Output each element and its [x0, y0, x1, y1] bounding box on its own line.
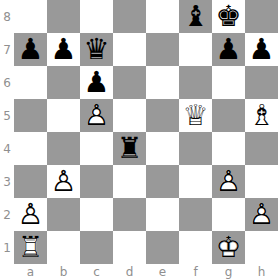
square-c1[interactable]: [80, 231, 113, 264]
black-piece-glyph: ♝: [179, 0, 212, 33]
white-pawn-b3[interactable]: ♟♙: [47, 165, 80, 198]
square-a1[interactable]: ♜♖: [14, 231, 47, 264]
square-e7[interactable]: [146, 33, 179, 66]
black-piece-glyph: ♟: [245, 33, 278, 66]
white-king-g1[interactable]: ♚♔: [212, 231, 245, 264]
square-e1[interactable]: [146, 231, 179, 264]
file-label-g: g: [212, 263, 245, 280]
file-label-b: b: [47, 263, 80, 280]
square-c8[interactable]: [80, 0, 113, 33]
square-b5[interactable]: [47, 99, 80, 132]
rank-label-3: 3: [0, 165, 14, 198]
black-pawn-a7[interactable]: ♟: [14, 33, 47, 66]
square-h8[interactable]: [245, 0, 278, 33]
white-pawn-h2[interactable]: ♟♙: [245, 198, 278, 231]
white-rook-a1[interactable]: ♜♖: [14, 231, 47, 264]
square-d6[interactable]: [113, 66, 146, 99]
file-labels: abcdefgh: [14, 263, 278, 280]
square-h4[interactable]: [245, 132, 278, 165]
square-a2[interactable]: ♟♙: [14, 198, 47, 231]
square-c7[interactable]: ♛: [80, 33, 113, 66]
file-label-a: a: [14, 263, 47, 280]
black-piece-glyph: ♛: [80, 33, 113, 66]
square-a5[interactable]: [14, 99, 47, 132]
square-d8[interactable]: [113, 0, 146, 33]
black-piece-glyph: ♟: [212, 33, 245, 66]
square-c4[interactable]: [80, 132, 113, 165]
square-g7[interactable]: ♟: [212, 33, 245, 66]
black-rook-d4[interactable]: ♜: [113, 132, 146, 165]
white-piece-outline: ♗: [245, 99, 278, 132]
file-label-e: e: [146, 263, 179, 280]
square-a3[interactable]: [14, 165, 47, 198]
black-pawn-b7[interactable]: ♟: [47, 33, 80, 66]
square-c3[interactable]: [80, 165, 113, 198]
black-piece-glyph: ♚: [212, 0, 245, 33]
white-pawn-a2[interactable]: ♟♙: [14, 198, 47, 231]
square-g8[interactable]: ♚: [212, 0, 245, 33]
black-bishop-f8[interactable]: ♝: [179, 0, 212, 33]
black-pawn-h7[interactable]: ♟: [245, 33, 278, 66]
square-g2[interactable]: [212, 198, 245, 231]
square-f5[interactable]: ♛♕: [179, 99, 212, 132]
rank-label-7: 7: [0, 33, 14, 66]
square-e6[interactable]: [146, 66, 179, 99]
square-d2[interactable]: [113, 198, 146, 231]
file-label-d: d: [113, 263, 146, 280]
black-piece-glyph: ♟: [14, 33, 47, 66]
square-f4[interactable]: [179, 132, 212, 165]
square-e5[interactable]: [146, 99, 179, 132]
square-g1[interactable]: ♚♔: [212, 231, 245, 264]
white-piece-outline: ♕: [179, 99, 212, 132]
square-e8[interactable]: [146, 0, 179, 33]
square-a7[interactable]: ♟: [14, 33, 47, 66]
black-pawn-c6[interactable]: ♟: [80, 66, 113, 99]
square-e2[interactable]: [146, 198, 179, 231]
square-b1[interactable]: [47, 231, 80, 264]
square-b6[interactable]: [47, 66, 80, 99]
white-piece-outline: ♙: [80, 99, 113, 132]
square-b3[interactable]: ♟♙: [47, 165, 80, 198]
square-a8[interactable]: [14, 0, 47, 33]
white-queen-f5[interactable]: ♛♕: [179, 99, 212, 132]
white-piece-outline: ♖: [14, 231, 47, 264]
square-e3[interactable]: [146, 165, 179, 198]
square-g3[interactable]: ♟♙: [212, 165, 245, 198]
square-d4[interactable]: ♜: [113, 132, 146, 165]
square-g6[interactable]: [212, 66, 245, 99]
square-f1[interactable]: [179, 231, 212, 264]
rank-labels: 87654321: [0, 0, 14, 264]
square-a6[interactable]: [14, 66, 47, 99]
square-b7[interactable]: ♟: [47, 33, 80, 66]
square-f2[interactable]: [179, 198, 212, 231]
square-c5[interactable]: ♟♙: [80, 99, 113, 132]
white-piece-outline: ♙: [212, 165, 245, 198]
black-queen-c7[interactable]: ♛: [80, 33, 113, 66]
square-h1[interactable]: [245, 231, 278, 264]
white-bishop-h5[interactable]: ♝♗: [245, 99, 278, 132]
square-d1[interactable]: [113, 231, 146, 264]
rank-label-8: 8: [0, 0, 14, 33]
black-piece-glyph: ♜: [113, 132, 146, 165]
square-e4[interactable]: [146, 132, 179, 165]
rank-label-2: 2: [0, 198, 14, 231]
white-piece-outline: ♔: [212, 231, 245, 264]
square-b2[interactable]: [47, 198, 80, 231]
chess-board: ♝♚♟♟♛♟♟♟♟♙♛♕♝♗♜♟♙♟♙♟♙♟♙♜♖♚♔: [14, 0, 278, 264]
white-pawn-g3[interactable]: ♟♙: [212, 165, 245, 198]
white-piece-outline: ♙: [245, 198, 278, 231]
square-h2[interactable]: ♟♙: [245, 198, 278, 231]
black-piece-glyph: ♟: [47, 33, 80, 66]
white-piece-outline: ♙: [14, 198, 47, 231]
square-c2[interactable]: [80, 198, 113, 231]
black-king-g8[interactable]: ♚: [212, 0, 245, 33]
square-f8[interactable]: ♝: [179, 0, 212, 33]
square-b8[interactable]: [47, 0, 80, 33]
file-label-h: h: [245, 263, 278, 280]
rank-label-1: 1: [0, 231, 14, 264]
square-d7[interactable]: [113, 33, 146, 66]
black-piece-glyph: ♟: [80, 66, 113, 99]
file-label-f: f: [179, 263, 212, 280]
square-d3[interactable]: [113, 165, 146, 198]
square-a4[interactable]: [14, 132, 47, 165]
black-pawn-g7[interactable]: ♟: [212, 33, 245, 66]
square-f6[interactable]: [179, 66, 212, 99]
white-pawn-c5[interactable]: ♟♙: [80, 99, 113, 132]
rank-label-5: 5: [0, 99, 14, 132]
square-b4[interactable]: [47, 132, 80, 165]
square-h7[interactable]: ♟: [245, 33, 278, 66]
square-h5[interactable]: ♝♗: [245, 99, 278, 132]
square-g4[interactable]: [212, 132, 245, 165]
square-d5[interactable]: [113, 99, 146, 132]
square-f7[interactable]: [179, 33, 212, 66]
file-label-c: c: [80, 263, 113, 280]
white-piece-outline: ♙: [47, 165, 80, 198]
square-h6[interactable]: [245, 66, 278, 99]
square-h3[interactable]: [245, 165, 278, 198]
rank-label-6: 6: [0, 66, 14, 99]
square-g5[interactable]: [212, 99, 245, 132]
rank-label-4: 4: [0, 132, 14, 165]
chess-diagram: 87654321 ♝♚♟♟♛♟♟♟♟♙♛♕♝♗♜♟♙♟♙♟♙♟♙♜♖♚♔ abc…: [0, 0, 280, 280]
square-c6[interactable]: ♟: [80, 66, 113, 99]
square-f3[interactable]: [179, 165, 212, 198]
